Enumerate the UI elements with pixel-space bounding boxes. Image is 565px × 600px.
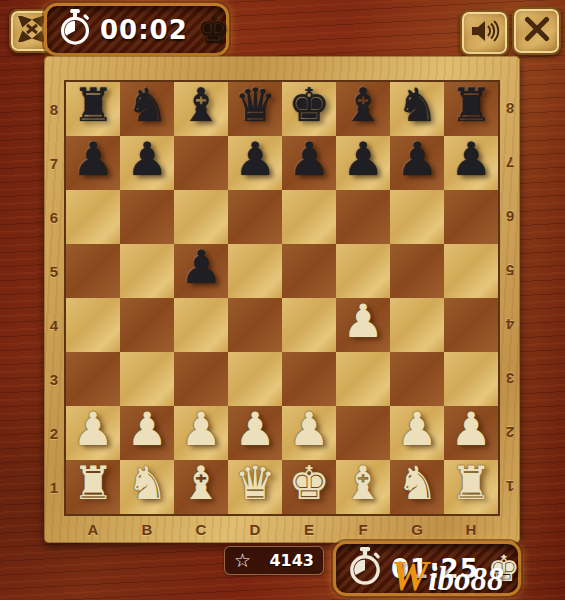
square-h1[interactable]: ♜	[444, 460, 498, 514]
white-pawn-e2[interactable]: ♟	[288, 406, 329, 452]
file-label-f: F	[336, 516, 390, 542]
black-pawn-h7[interactable]: ♟	[450, 136, 491, 182]
black-rook-a8[interactable]: ♜	[72, 82, 113, 128]
rank-label-right-3: 3	[500, 352, 520, 406]
file-label-b: B	[120, 516, 174, 542]
square-b8[interactable]: ♞	[120, 82, 174, 136]
square-g2[interactable]: ♟	[390, 406, 444, 460]
square-h8[interactable]: ♜	[444, 82, 498, 136]
square-f1[interactable]: ♝	[336, 460, 390, 514]
file-label-d: D	[228, 516, 282, 542]
square-g4[interactable]	[390, 298, 444, 352]
square-g5[interactable]	[390, 244, 444, 298]
square-a6[interactable]	[66, 190, 120, 244]
white-knight-g1[interactable]: ♞	[396, 460, 437, 506]
white-clock-time: 01:25	[391, 554, 479, 584]
square-e3[interactable]	[282, 352, 336, 406]
square-d1[interactable]: ♛	[228, 460, 282, 514]
white-pawn-a2[interactable]: ♟	[72, 406, 113, 452]
square-h6[interactable]	[444, 190, 498, 244]
chess-board-frame: ♜♞♝♛♚♝♞♜♟♟♟♟♟♟♟♟♟♟♟♟♟♟♟♟♜♞♝♛♚♝♞♜ 8877665…	[44, 56, 520, 543]
sound-button[interactable]	[460, 10, 509, 56]
square-e8[interactable]: ♚	[282, 82, 336, 136]
square-b1[interactable]: ♞	[120, 460, 174, 514]
black-queen-d8[interactable]: ♛	[234, 82, 275, 128]
score-badge: ☆ 4143	[224, 546, 324, 575]
black-bishop-c8[interactable]: ♝	[180, 82, 221, 128]
square-g7[interactable]: ♟	[390, 136, 444, 190]
square-c6[interactable]	[174, 190, 228, 244]
score-value: 4143	[269, 551, 314, 570]
black-clock-time: 00:02	[100, 15, 188, 45]
white-bishop-c1[interactable]: ♝	[180, 460, 221, 506]
rank-label-right-4: 4	[500, 298, 520, 352]
square-a2[interactable]: ♟	[66, 406, 120, 460]
black-pawn-g7[interactable]: ♟	[396, 136, 437, 182]
square-b7[interactable]: ♟	[120, 136, 174, 190]
square-c1[interactable]: ♝	[174, 460, 228, 514]
rank-label-right-7: 7	[500, 136, 520, 190]
square-c4[interactable]	[174, 298, 228, 352]
square-d4[interactable]	[228, 298, 282, 352]
black-king-icon: ♚	[197, 12, 229, 48]
black-pawn-e7[interactable]: ♟	[288, 136, 329, 182]
square-g6[interactable]	[390, 190, 444, 244]
white-clock-panel: 01:25 ♚	[333, 541, 521, 596]
file-label-g: G	[390, 516, 444, 542]
black-rook-h8[interactable]: ♜	[450, 82, 491, 128]
black-pawn-d7[interactable]: ♟	[234, 136, 275, 182]
square-e5[interactable]	[282, 244, 336, 298]
square-c5[interactable]: ♟	[174, 244, 228, 298]
expand-arrows-icon	[18, 16, 46, 46]
square-a3[interactable]	[66, 352, 120, 406]
file-label-h: H	[444, 516, 498, 542]
square-g3[interactable]	[390, 352, 444, 406]
square-a8[interactable]: ♜	[66, 82, 120, 136]
stopwatch-icon	[348, 547, 382, 590]
white-pawn-h2[interactable]: ♟	[450, 406, 491, 452]
white-king-e1[interactable]: ♚	[288, 460, 329, 506]
black-knight-b8[interactable]: ♞	[126, 82, 167, 128]
white-bishop-f1[interactable]: ♝	[342, 460, 383, 506]
square-c8[interactable]: ♝	[174, 82, 228, 136]
square-a7[interactable]: ♟	[66, 136, 120, 190]
black-king-e8[interactable]: ♚	[288, 82, 329, 128]
square-d6[interactable]	[228, 190, 282, 244]
white-pawn-g2[interactable]: ♟	[396, 406, 437, 452]
stopwatch-icon	[59, 9, 91, 50]
square-e2[interactable]: ♟	[282, 406, 336, 460]
close-x-icon	[524, 16, 550, 46]
square-f4[interactable]: ♟	[336, 298, 390, 352]
rank-label-right-1: 1	[500, 460, 520, 514]
rank-label-left-3: 3	[44, 352, 64, 406]
rank-label-right-8: 8	[500, 82, 520, 136]
square-d5[interactable]	[228, 244, 282, 298]
square-b3[interactable]	[120, 352, 174, 406]
speaker-icon	[470, 18, 500, 48]
square-a5[interactable]	[66, 244, 120, 298]
white-knight-b1[interactable]: ♞	[126, 460, 167, 506]
rank-label-left-7: 7	[44, 136, 64, 190]
square-b4[interactable]	[120, 298, 174, 352]
square-b6[interactable]	[120, 190, 174, 244]
white-pawn-c2[interactable]: ♟	[180, 406, 221, 452]
rank-label-left-8: 8	[44, 82, 64, 136]
square-b5[interactable]	[120, 244, 174, 298]
black-pawn-f7[interactable]: ♟	[342, 136, 383, 182]
file-label-c: C	[174, 516, 228, 542]
square-f5[interactable]	[336, 244, 390, 298]
square-f8[interactable]: ♝	[336, 82, 390, 136]
square-c2[interactable]: ♟	[174, 406, 228, 460]
square-h3[interactable]	[444, 352, 498, 406]
file-label-a: A	[66, 516, 120, 542]
black-bishop-f8[interactable]: ♝	[342, 82, 383, 128]
rank-label-left-4: 4	[44, 298, 64, 352]
square-c3[interactable]	[174, 352, 228, 406]
square-e1[interactable]: ♚	[282, 460, 336, 514]
black-pawn-b7[interactable]: ♟	[126, 136, 167, 182]
square-d8[interactable]: ♛	[228, 82, 282, 136]
white-pawn-d2[interactable]: ♟	[234, 406, 275, 452]
rank-label-left-5: 5	[44, 244, 64, 298]
white-pawn-f4[interactable]: ♟	[342, 298, 383, 344]
square-f3[interactable]	[336, 352, 390, 406]
square-h2[interactable]: ♟	[444, 406, 498, 460]
black-pawn-c5[interactable]: ♟	[180, 244, 221, 290]
black-pawn-a7[interactable]: ♟	[72, 136, 113, 182]
rank-label-left-6: 6	[44, 190, 64, 244]
black-knight-g8[interactable]: ♞	[396, 82, 437, 128]
rank-label-right-6: 6	[500, 190, 520, 244]
white-queen-d1[interactable]: ♛	[234, 460, 275, 506]
square-g1[interactable]: ♞	[390, 460, 444, 514]
square-a1[interactable]: ♜	[66, 460, 120, 514]
square-b2[interactable]: ♟	[120, 406, 174, 460]
rank-label-left-2: 2	[44, 406, 64, 460]
white-rook-a1[interactable]: ♜	[72, 460, 113, 506]
rank-label-left-1: 1	[44, 460, 64, 514]
square-f7[interactable]: ♟	[336, 136, 390, 190]
square-e7[interactable]: ♟	[282, 136, 336, 190]
white-king-icon: ♚	[488, 551, 520, 587]
square-h5[interactable]	[444, 244, 498, 298]
square-d2[interactable]: ♟	[228, 406, 282, 460]
black-clock-panel: 00:02 ♚	[44, 3, 229, 56]
square-d7[interactable]: ♟	[228, 136, 282, 190]
square-f6[interactable]	[336, 190, 390, 244]
square-f2[interactable]	[336, 406, 390, 460]
square-d3[interactable]	[228, 352, 282, 406]
close-button[interactable]	[512, 7, 561, 55]
square-h7[interactable]: ♟	[444, 136, 498, 190]
square-g8[interactable]: ♞	[390, 82, 444, 136]
square-h4[interactable]	[444, 298, 498, 352]
file-label-e: E	[282, 516, 336, 542]
square-e6[interactable]	[282, 190, 336, 244]
rank-label-right-2: 2	[500, 406, 520, 460]
square-c7[interactable]	[174, 136, 228, 190]
square-a4[interactable]	[66, 298, 120, 352]
chess-board: ♜♞♝♛♚♝♞♜♟♟♟♟♟♟♟♟♟♟♟♟♟♟♟♟♜♞♝♛♚♝♞♜	[64, 80, 500, 516]
white-pawn-b2[interactable]: ♟	[126, 406, 167, 452]
rank-label-right-5: 5	[500, 244, 520, 298]
white-rook-h1[interactable]: ♜	[450, 460, 491, 506]
square-e4[interactable]	[282, 298, 336, 352]
star-icon: ☆	[234, 551, 251, 570]
